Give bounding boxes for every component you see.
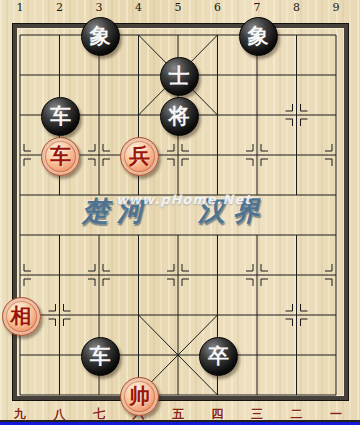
top-coordinate-8: 8 bbox=[293, 1, 300, 14]
piece-character: 兵 bbox=[129, 138, 150, 175]
top-coordinate-3: 3 bbox=[96, 1, 103, 14]
piece-character: 车 bbox=[50, 138, 71, 175]
top-coordinate-6: 6 bbox=[214, 1, 221, 14]
watermark: www.pHome.Net bbox=[116, 192, 251, 207]
top-coordinate-9: 9 bbox=[333, 1, 340, 14]
piece-red-elephant-c1r7[interactable]: 相 bbox=[2, 297, 41, 336]
top-coordinate-4: 4 bbox=[135, 1, 142, 14]
piece-black-elephant-c7r0[interactable]: 象 bbox=[239, 17, 278, 56]
piece-character: 车 bbox=[90, 338, 111, 375]
piece-character: 卒 bbox=[208, 338, 229, 375]
xiangqi-board: 123456789 楚河 汉界 www.pHome.Net 象象士车将车兵相车卒… bbox=[0, 0, 360, 425]
top-coordinate-7: 7 bbox=[254, 1, 261, 14]
piece-black-pawn-c6r8[interactable]: 卒 bbox=[199, 337, 238, 376]
piece-black-elephant-c3r0[interactable]: 象 bbox=[81, 17, 120, 56]
piece-character: 相 bbox=[11, 298, 32, 335]
piece-red-pawn-c4r3[interactable]: 兵 bbox=[120, 137, 159, 176]
piece-black-advisor-c5r1[interactable]: 士 bbox=[160, 57, 199, 96]
piece-character: 象 bbox=[248, 18, 269, 55]
piece-red-general-c4r9[interactable]: 帅 bbox=[120, 377, 159, 416]
piece-black-rook-c2r2[interactable]: 车 bbox=[41, 97, 80, 136]
piece-black-rook-c3r8[interactable]: 车 bbox=[81, 337, 120, 376]
piece-black-general-c5r2[interactable]: 将 bbox=[160, 97, 199, 136]
piece-character: 士 bbox=[169, 58, 190, 95]
piece-character: 帅 bbox=[129, 378, 150, 415]
piece-character: 车 bbox=[50, 98, 71, 135]
piece-character: 将 bbox=[169, 98, 190, 135]
top-coordinate-2: 2 bbox=[56, 1, 63, 14]
piece-red-rook-c2r3[interactable]: 车 bbox=[41, 137, 80, 176]
top-coordinate-1: 1 bbox=[17, 1, 24, 14]
top-coordinate-5: 5 bbox=[175, 1, 182, 14]
piece-character: 象 bbox=[90, 18, 111, 55]
